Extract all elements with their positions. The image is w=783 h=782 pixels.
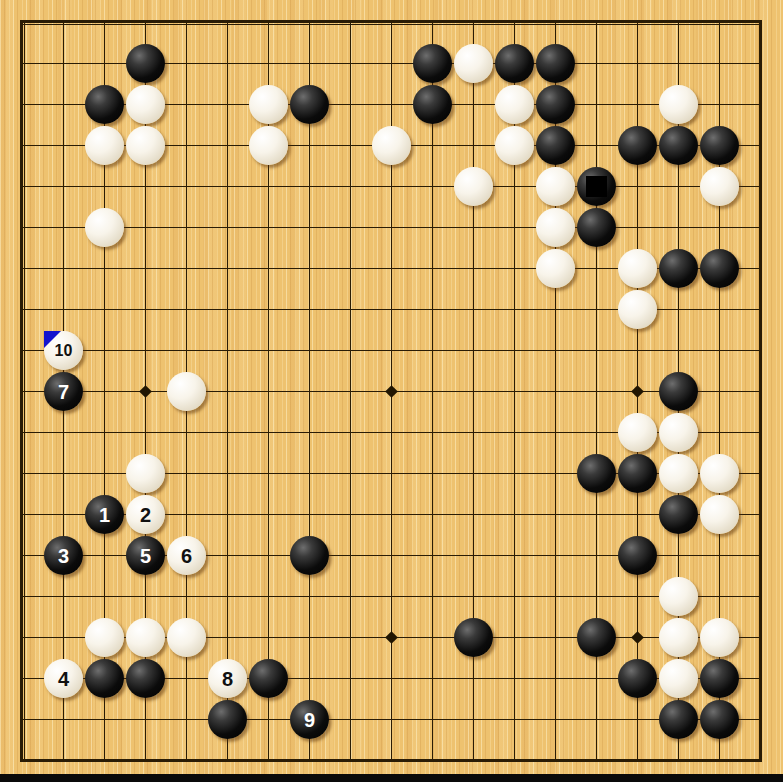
move-number-label: 9 bbox=[304, 710, 315, 730]
square-marker bbox=[586, 176, 607, 197]
white-stone[interactable] bbox=[454, 167, 493, 206]
black-stone[interactable] bbox=[249, 659, 288, 698]
move-number-label: 5 bbox=[140, 546, 151, 566]
stones-layer: 10712356489 bbox=[2, 2, 781, 781]
white-stone[interactable] bbox=[372, 126, 411, 165]
white-stone[interactable] bbox=[700, 454, 739, 493]
go-diagram: 10712356489 bbox=[0, 0, 783, 782]
white-stone[interactable] bbox=[659, 618, 698, 657]
white-stone[interactable] bbox=[618, 249, 657, 288]
black-stone[interactable] bbox=[700, 700, 739, 739]
black-stone[interactable]: 5 bbox=[126, 536, 165, 575]
black-stone[interactable] bbox=[577, 618, 616, 657]
black-stone[interactable] bbox=[659, 126, 698, 165]
black-stone[interactable] bbox=[85, 85, 124, 124]
black-stone[interactable] bbox=[577, 208, 616, 247]
white-stone[interactable] bbox=[536, 249, 575, 288]
white-stone[interactable] bbox=[249, 85, 288, 124]
white-stone[interactable] bbox=[659, 413, 698, 452]
white-stone[interactable]: 10 bbox=[44, 331, 83, 370]
black-stone[interactable] bbox=[85, 659, 124, 698]
white-stone[interactable] bbox=[700, 167, 739, 206]
move-number-label: 8 bbox=[222, 669, 233, 689]
black-stone[interactable] bbox=[454, 618, 493, 657]
board-bottom-edge bbox=[0, 774, 783, 782]
black-stone[interactable] bbox=[126, 659, 165, 698]
black-stone[interactable] bbox=[413, 85, 452, 124]
move-number-label: 3 bbox=[58, 546, 69, 566]
white-stone[interactable]: 2 bbox=[126, 495, 165, 534]
black-stone[interactable] bbox=[290, 536, 329, 575]
move-number-label: 2 bbox=[140, 505, 151, 525]
black-stone[interactable] bbox=[536, 126, 575, 165]
white-stone[interactable] bbox=[536, 167, 575, 206]
white-stone[interactable]: 6 bbox=[167, 536, 206, 575]
white-stone[interactable] bbox=[126, 454, 165, 493]
white-stone[interactable] bbox=[249, 126, 288, 165]
black-stone[interactable]: 7 bbox=[44, 372, 83, 411]
white-stone[interactable] bbox=[659, 577, 698, 616]
white-stone[interactable] bbox=[536, 208, 575, 247]
white-stone[interactable] bbox=[85, 618, 124, 657]
black-stone[interactable] bbox=[700, 126, 739, 165]
white-stone[interactable] bbox=[126, 126, 165, 165]
black-stone[interactable] bbox=[618, 454, 657, 493]
black-stone[interactable] bbox=[618, 536, 657, 575]
triangle-marker bbox=[44, 331, 61, 348]
white-stone[interactable] bbox=[618, 290, 657, 329]
black-stone[interactable]: 1 bbox=[85, 495, 124, 534]
black-stone[interactable] bbox=[495, 44, 534, 83]
white-stone[interactable] bbox=[495, 126, 534, 165]
go-board[interactable]: 10712356489 bbox=[0, 0, 783, 774]
move-number-label: 7 bbox=[58, 382, 69, 402]
white-stone[interactable] bbox=[126, 85, 165, 124]
black-stone[interactable] bbox=[659, 495, 698, 534]
black-stone[interactable] bbox=[536, 44, 575, 83]
white-stone[interactable] bbox=[659, 659, 698, 698]
black-stone[interactable] bbox=[208, 700, 247, 739]
black-stone[interactable] bbox=[618, 126, 657, 165]
black-stone[interactable] bbox=[700, 659, 739, 698]
white-stone[interactable]: 4 bbox=[44, 659, 83, 698]
black-stone[interactable] bbox=[577, 454, 616, 493]
move-number-label: 6 bbox=[181, 546, 192, 566]
white-stone[interactable] bbox=[700, 618, 739, 657]
black-stone[interactable]: 3 bbox=[44, 536, 83, 575]
black-stone[interactable] bbox=[700, 249, 739, 288]
black-stone[interactable] bbox=[126, 44, 165, 83]
black-stone[interactable] bbox=[659, 700, 698, 739]
white-stone[interactable]: 8 bbox=[208, 659, 247, 698]
white-stone[interactable] bbox=[618, 413, 657, 452]
black-stone[interactable] bbox=[659, 249, 698, 288]
white-stone[interactable] bbox=[700, 495, 739, 534]
white-stone[interactable] bbox=[167, 618, 206, 657]
black-stone[interactable] bbox=[290, 85, 329, 124]
white-stone[interactable] bbox=[659, 454, 698, 493]
black-stone[interactable] bbox=[413, 44, 452, 83]
black-stone[interactable] bbox=[618, 659, 657, 698]
move-number-label: 1 bbox=[99, 505, 110, 525]
black-stone[interactable] bbox=[536, 85, 575, 124]
white-stone[interactable] bbox=[85, 126, 124, 165]
white-stone[interactable] bbox=[126, 618, 165, 657]
white-stone[interactable] bbox=[454, 44, 493, 83]
black-stone[interactable]: 9 bbox=[290, 700, 329, 739]
black-stone[interactable] bbox=[659, 372, 698, 411]
white-stone[interactable] bbox=[85, 208, 124, 247]
white-stone[interactable] bbox=[659, 85, 698, 124]
white-stone[interactable] bbox=[495, 85, 534, 124]
white-stone[interactable] bbox=[167, 372, 206, 411]
move-number-label: 4 bbox=[58, 669, 69, 689]
black-stone[interactable] bbox=[577, 167, 616, 206]
